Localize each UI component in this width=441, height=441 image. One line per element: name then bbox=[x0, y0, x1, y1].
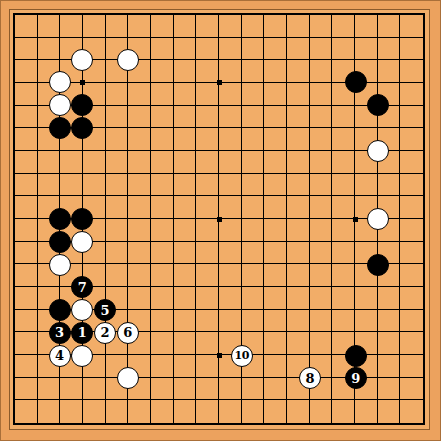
board-cell bbox=[151, 310, 174, 333]
board-cell bbox=[174, 400, 197, 423]
stone-white bbox=[367, 140, 389, 162]
board-cell bbox=[151, 174, 174, 197]
board-cell bbox=[332, 287, 355, 310]
board-cell bbox=[106, 264, 129, 287]
board-cell bbox=[264, 400, 287, 423]
stone-white bbox=[71, 345, 93, 367]
board-cell bbox=[355, 174, 378, 197]
board-cell bbox=[310, 15, 333, 38]
board-cell bbox=[174, 174, 197, 197]
board-cell bbox=[196, 15, 219, 38]
board-cell bbox=[15, 60, 38, 83]
board-cell bbox=[287, 287, 310, 310]
board-cell bbox=[242, 264, 265, 287]
board-cell bbox=[219, 38, 242, 61]
board-cell bbox=[106, 151, 129, 174]
board-cell bbox=[287, 15, 310, 38]
stone-white bbox=[49, 254, 71, 276]
board-cell bbox=[83, 151, 106, 174]
board-cell bbox=[128, 83, 151, 106]
board-cell bbox=[400, 287, 423, 310]
stone-white bbox=[71, 231, 93, 253]
board-cell bbox=[151, 264, 174, 287]
board-cell bbox=[151, 15, 174, 38]
board-cell bbox=[219, 287, 242, 310]
board-cell bbox=[287, 310, 310, 333]
board-cell bbox=[128, 264, 151, 287]
star-point bbox=[217, 217, 222, 222]
board-cell bbox=[196, 83, 219, 106]
board-cell bbox=[378, 174, 401, 197]
board-cell bbox=[15, 196, 38, 219]
board-cell bbox=[287, 242, 310, 265]
stone-black bbox=[367, 254, 389, 276]
board-cell bbox=[15, 15, 38, 38]
board-cell bbox=[174, 15, 197, 38]
board-cell bbox=[174, 106, 197, 129]
stone-black bbox=[49, 117, 71, 139]
board-cell bbox=[15, 332, 38, 355]
board-cell bbox=[60, 174, 83, 197]
board-cell bbox=[151, 332, 174, 355]
board-cell bbox=[38, 38, 61, 61]
board-cell bbox=[196, 242, 219, 265]
board-cell bbox=[219, 378, 242, 401]
stone-white bbox=[117, 49, 139, 71]
star-point bbox=[217, 353, 222, 358]
board-cell bbox=[355, 400, 378, 423]
board-cell bbox=[151, 38, 174, 61]
board-cell bbox=[264, 287, 287, 310]
board-cell bbox=[196, 106, 219, 129]
board-cell bbox=[242, 242, 265, 265]
board-cell bbox=[15, 310, 38, 333]
board-cell bbox=[400, 264, 423, 287]
board-cell bbox=[355, 38, 378, 61]
board-cell bbox=[219, 219, 242, 242]
board-cell bbox=[106, 196, 129, 219]
board-cell bbox=[264, 174, 287, 197]
board-cell bbox=[310, 287, 333, 310]
board-cell bbox=[264, 332, 287, 355]
board-cell bbox=[242, 196, 265, 219]
board-cell bbox=[219, 151, 242, 174]
board-cell bbox=[219, 400, 242, 423]
board-cell bbox=[174, 60, 197, 83]
board-cell bbox=[15, 378, 38, 401]
board-cell bbox=[310, 106, 333, 129]
board-cell bbox=[378, 287, 401, 310]
board-cell bbox=[264, 60, 287, 83]
board-cell bbox=[106, 400, 129, 423]
board-cell bbox=[287, 60, 310, 83]
board-cell bbox=[310, 332, 333, 355]
board-cell bbox=[355, 15, 378, 38]
board-cell bbox=[378, 400, 401, 423]
board-cell bbox=[400, 83, 423, 106]
board-cell bbox=[219, 60, 242, 83]
board-cell bbox=[242, 378, 265, 401]
board-cell bbox=[378, 38, 401, 61]
board-cell bbox=[106, 219, 129, 242]
board-cell bbox=[106, 174, 129, 197]
board-cell bbox=[332, 151, 355, 174]
board-cell bbox=[151, 400, 174, 423]
board-cell bbox=[242, 400, 265, 423]
board-cell bbox=[128, 106, 151, 129]
board-cell bbox=[128, 219, 151, 242]
board-cell bbox=[287, 38, 310, 61]
board-cell bbox=[219, 242, 242, 265]
board-cell bbox=[400, 174, 423, 197]
board-cell bbox=[378, 332, 401, 355]
board-cell bbox=[174, 264, 197, 287]
board-cell bbox=[332, 174, 355, 197]
board-cell bbox=[287, 196, 310, 219]
board-cell bbox=[38, 174, 61, 197]
board-cell bbox=[83, 400, 106, 423]
board-cell bbox=[151, 287, 174, 310]
board-cell bbox=[242, 106, 265, 129]
board-cell bbox=[332, 219, 355, 242]
board-cell bbox=[400, 60, 423, 83]
board-cell bbox=[242, 310, 265, 333]
board-cell bbox=[400, 15, 423, 38]
board-cell bbox=[196, 310, 219, 333]
board-cell bbox=[15, 38, 38, 61]
board-cell bbox=[264, 310, 287, 333]
board-cell bbox=[196, 38, 219, 61]
board-cell bbox=[332, 196, 355, 219]
board-cell bbox=[264, 242, 287, 265]
board-cell bbox=[106, 15, 129, 38]
board-cell bbox=[287, 151, 310, 174]
board-cell bbox=[310, 196, 333, 219]
board-cell bbox=[287, 219, 310, 242]
board-cell bbox=[151, 60, 174, 83]
stone-black bbox=[345, 345, 367, 367]
board-cell bbox=[264, 355, 287, 378]
board-cell bbox=[242, 38, 265, 61]
board-cell bbox=[264, 106, 287, 129]
board-cell bbox=[174, 310, 197, 333]
stone-white bbox=[71, 49, 93, 71]
board-cell bbox=[400, 151, 423, 174]
move-4: 4 bbox=[49, 345, 71, 367]
board-cell bbox=[310, 151, 333, 174]
board-cell bbox=[60, 151, 83, 174]
stone-white bbox=[49, 94, 71, 116]
board-cell bbox=[378, 15, 401, 38]
move-6: 6 bbox=[117, 322, 139, 344]
board-cell bbox=[106, 106, 129, 129]
board-cell bbox=[310, 174, 333, 197]
board-cell bbox=[400, 106, 423, 129]
board-cell bbox=[196, 128, 219, 151]
board-cell bbox=[332, 128, 355, 151]
stone-black bbox=[49, 208, 71, 230]
board-cell bbox=[242, 287, 265, 310]
star-point bbox=[353, 217, 358, 222]
board-cell bbox=[332, 264, 355, 287]
board-cell bbox=[219, 264, 242, 287]
board-cell bbox=[287, 332, 310, 355]
board-cell bbox=[378, 355, 401, 378]
board-cell bbox=[242, 83, 265, 106]
board-cell bbox=[219, 128, 242, 151]
board-cell bbox=[15, 128, 38, 151]
board-cell bbox=[151, 355, 174, 378]
board-cell bbox=[287, 264, 310, 287]
board-cell bbox=[264, 264, 287, 287]
board-cell bbox=[400, 400, 423, 423]
star-point bbox=[80, 80, 85, 85]
board-cell bbox=[400, 355, 423, 378]
board-cell bbox=[174, 287, 197, 310]
board-cell bbox=[38, 151, 61, 174]
board-cell bbox=[242, 151, 265, 174]
board-cell bbox=[355, 310, 378, 333]
stone-black bbox=[49, 299, 71, 321]
board-cell bbox=[15, 174, 38, 197]
go-board: 75312641089 bbox=[0, 0, 441, 441]
board-cell bbox=[38, 378, 61, 401]
board-cell bbox=[38, 400, 61, 423]
board-cell bbox=[15, 151, 38, 174]
board-cell bbox=[287, 83, 310, 106]
board-cell bbox=[174, 151, 197, 174]
board-cell bbox=[151, 378, 174, 401]
board-cell bbox=[400, 378, 423, 401]
board-cell bbox=[15, 400, 38, 423]
board-cell bbox=[264, 83, 287, 106]
board-cell bbox=[264, 38, 287, 61]
board-cell bbox=[15, 242, 38, 265]
board-cell bbox=[106, 242, 129, 265]
board-cell bbox=[400, 219, 423, 242]
board-cell bbox=[264, 128, 287, 151]
board-cell bbox=[60, 400, 83, 423]
board-cell bbox=[196, 219, 219, 242]
board-cell bbox=[83, 15, 106, 38]
move-10: 10 bbox=[231, 345, 253, 367]
board-cell bbox=[332, 15, 355, 38]
board-cell bbox=[174, 196, 197, 219]
board-cell bbox=[378, 310, 401, 333]
board-cell bbox=[332, 38, 355, 61]
board-cell bbox=[174, 355, 197, 378]
board-cell bbox=[174, 219, 197, 242]
board-cell bbox=[332, 310, 355, 333]
board-cell bbox=[196, 264, 219, 287]
board-cell bbox=[151, 106, 174, 129]
board-cell bbox=[174, 378, 197, 401]
move-2: 2 bbox=[94, 322, 116, 344]
board-cell bbox=[400, 38, 423, 61]
board-cell bbox=[174, 332, 197, 355]
board-cell bbox=[151, 219, 174, 242]
board-cell bbox=[264, 196, 287, 219]
board-cell bbox=[242, 219, 265, 242]
stone-black bbox=[49, 231, 71, 253]
board-cell bbox=[128, 242, 151, 265]
board-cell bbox=[310, 219, 333, 242]
board-cell bbox=[310, 242, 333, 265]
board-cell bbox=[332, 106, 355, 129]
board-cell bbox=[151, 151, 174, 174]
board-cell bbox=[128, 400, 151, 423]
board-cell bbox=[219, 106, 242, 129]
board-cell bbox=[196, 378, 219, 401]
board-cell bbox=[128, 151, 151, 174]
board-cell bbox=[310, 60, 333, 83]
board-cell bbox=[174, 242, 197, 265]
board-cell bbox=[242, 60, 265, 83]
board-cell bbox=[15, 264, 38, 287]
board-cell bbox=[264, 15, 287, 38]
board-cell bbox=[310, 38, 333, 61]
board-cell bbox=[310, 400, 333, 423]
board-cell bbox=[196, 151, 219, 174]
board-cell bbox=[128, 196, 151, 219]
star-point bbox=[217, 80, 222, 85]
board-cell bbox=[196, 332, 219, 355]
board-cell bbox=[332, 400, 355, 423]
board-cell bbox=[287, 106, 310, 129]
board-cell bbox=[355, 287, 378, 310]
move-3: 3 bbox=[49, 322, 71, 344]
board-cell bbox=[400, 310, 423, 333]
board-cell bbox=[287, 400, 310, 423]
board-cell bbox=[219, 196, 242, 219]
board-cell bbox=[242, 174, 265, 197]
board-cell bbox=[196, 400, 219, 423]
board-cell bbox=[174, 128, 197, 151]
board-cell bbox=[83, 174, 106, 197]
board-cell bbox=[15, 106, 38, 129]
board-cell bbox=[60, 15, 83, 38]
board-cell bbox=[106, 83, 129, 106]
board-cell bbox=[128, 15, 151, 38]
board-cell bbox=[15, 219, 38, 242]
board-cell bbox=[151, 83, 174, 106]
board-cell bbox=[174, 38, 197, 61]
board-cell bbox=[264, 378, 287, 401]
board-cell bbox=[174, 83, 197, 106]
board-cell bbox=[310, 83, 333, 106]
board-cell bbox=[128, 128, 151, 151]
board-cell bbox=[151, 242, 174, 265]
board-cell bbox=[287, 174, 310, 197]
board-cell bbox=[15, 355, 38, 378]
board-cell bbox=[38, 15, 61, 38]
board-cell bbox=[400, 128, 423, 151]
board-cell bbox=[310, 310, 333, 333]
board-cell bbox=[196, 355, 219, 378]
stone-black bbox=[345, 71, 367, 93]
board-cell bbox=[83, 378, 106, 401]
board-cell bbox=[196, 174, 219, 197]
board-cell bbox=[219, 310, 242, 333]
board-cell bbox=[219, 83, 242, 106]
board-cell bbox=[196, 287, 219, 310]
board-cell bbox=[15, 83, 38, 106]
board-cell bbox=[378, 60, 401, 83]
stone-white bbox=[49, 71, 71, 93]
board-cell bbox=[400, 196, 423, 219]
board-cell bbox=[151, 128, 174, 151]
board-cell bbox=[128, 174, 151, 197]
move-9: 9 bbox=[345, 367, 367, 389]
board-cell bbox=[219, 174, 242, 197]
board-cell bbox=[287, 128, 310, 151]
board-cell bbox=[400, 332, 423, 355]
board-cell bbox=[310, 128, 333, 151]
board-cell bbox=[378, 378, 401, 401]
board-cell bbox=[264, 151, 287, 174]
board-cell bbox=[332, 242, 355, 265]
board-cell bbox=[128, 287, 151, 310]
board-cell bbox=[60, 378, 83, 401]
board-cell bbox=[310, 264, 333, 287]
board-cell bbox=[219, 15, 242, 38]
board-cell bbox=[400, 242, 423, 265]
board-cell bbox=[242, 15, 265, 38]
board-cell bbox=[151, 196, 174, 219]
board-cell bbox=[106, 128, 129, 151]
board-cell bbox=[15, 287, 38, 310]
board-cell bbox=[242, 128, 265, 151]
board-cell bbox=[264, 219, 287, 242]
